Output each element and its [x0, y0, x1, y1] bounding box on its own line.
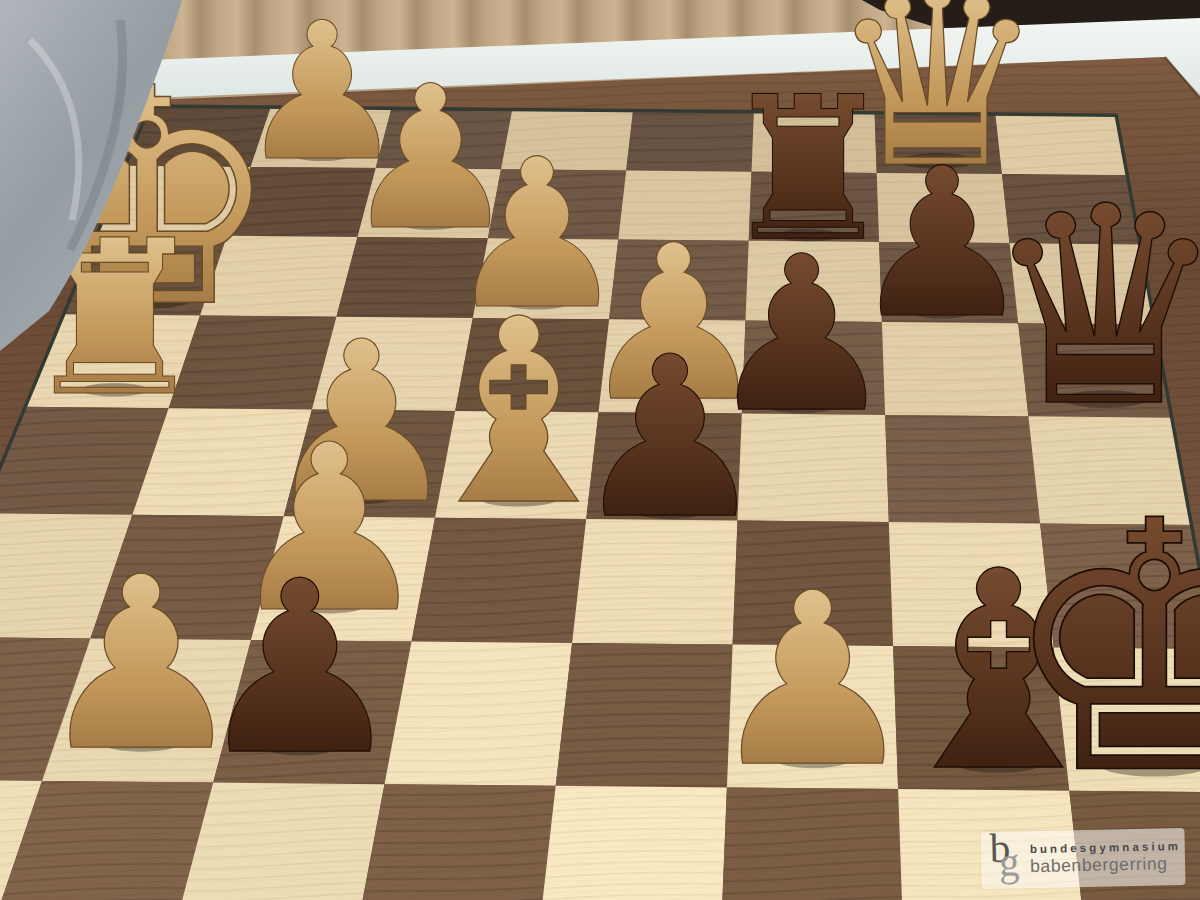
watermark-text: bundesgymnasium babenbergerring	[1030, 839, 1182, 876]
watermark-badge: b g bundesgymnasium babenbergerring	[980, 828, 1185, 889]
watermark-line2: babenbergerring	[1030, 852, 1182, 876]
piece-black-king-g8: ♚	[1000, 449, 1200, 850]
piece-black-pawn-e5: ♟	[570, 309, 769, 567]
piece-black-queen-d8: ♛	[982, 148, 1200, 467]
piece-black-pawn-g3: ♟	[193, 530, 406, 807]
chess-photo-scene: ♟♛♟♜♚♟♟♜♟♟♛♟♝♟♟♟♟♟♝♚ b g bundesgymnasium…	[0, 0, 1200, 900]
monogram-letter-g: g	[999, 841, 1020, 882]
square-grain	[385, 642, 573, 786]
scene-canvas: ♟♛♟♜♚♟♟♜♟♟♛♟♝♟♟♟♟♟♝♚	[0, 0, 1200, 900]
square-grain	[537, 786, 727, 900]
bg-monogram-logo: b g	[989, 835, 1023, 886]
